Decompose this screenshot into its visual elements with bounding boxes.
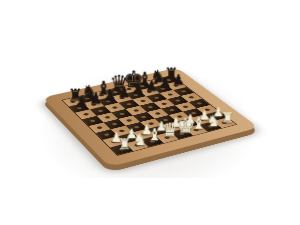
square-e1: ♚ — [170, 128, 193, 139]
photo-scene: ♜♞♝♛♚♝♞♜♟♟♟♟♟♟♟♟♟♟♟♟♟♟♟♟♜♞♝♛♚♝♞♜ — [0, 0, 300, 225]
piece-black-rook: ♜ — [164, 66, 179, 82]
chess-board: ♜♞♝♛♚♝♞♜♟♟♟♟♟♟♟♟♟♟♟♟♟♟♟♟♜♞♝♛♚♝♞♜ — [42, 68, 258, 167]
piece-white-rook: ♜ — [219, 111, 235, 125]
piece-white-pawn: ♟ — [211, 106, 227, 118]
square-a6 — [75, 109, 96, 119]
square-h1: ♜ — [213, 118, 236, 128]
board-frame: ♜♞♝♛♚♝♞♜♟♟♟♟♟♟♟♟♟♟♟♟♟♟♟♟♜♞♝♛♚♝♞♜ — [42, 68, 258, 167]
product-photo: ♜♞♝♛♚♝♞♜♟♟♟♟♟♟♟♟♟♟♟♟♟♟♟♟♜♞♝♛♚♝♞♜ — [0, 0, 300, 225]
